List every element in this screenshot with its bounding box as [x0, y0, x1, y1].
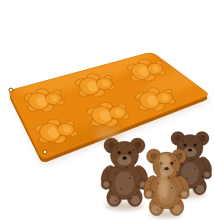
mold-corner-hole-left [9, 88, 13, 92]
chocolate-bears [99, 132, 214, 216]
blur-smudge [95, 128, 121, 140]
chocolate-bear-left [99, 138, 151, 207]
product-photo [0, 0, 214, 220]
scene-canvas [0, 0, 214, 220]
mold-corner-hole-bottom [43, 150, 47, 154]
